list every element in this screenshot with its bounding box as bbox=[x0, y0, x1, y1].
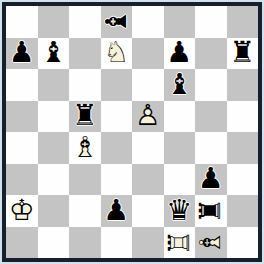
black-piece-glyph: ♜ bbox=[72, 101, 98, 130]
square-h3 bbox=[227, 164, 259, 196]
piece-black-bishop: ♝ bbox=[38, 38, 70, 70]
black-piece-glyph: ♟ bbox=[103, 196, 129, 225]
square-f8 bbox=[164, 6, 196, 38]
square-e4 bbox=[132, 132, 164, 164]
black-piece-glyph: ♜ bbox=[229, 38, 255, 67]
square-c8 bbox=[69, 6, 101, 38]
square-h8 bbox=[227, 6, 259, 38]
square-b7: ♝ bbox=[38, 38, 70, 70]
piece-black-rook-rotated: ♜ bbox=[195, 195, 227, 227]
square-f4 bbox=[164, 132, 196, 164]
chessboard-frame: ♝♟♝♞♘♟♜♝♜♟♙♝♗♟♚♔♟♛♜♜♖♝♗ bbox=[0, 0, 264, 264]
white-piece-outline-layer: ♖ bbox=[164, 229, 193, 255]
piece-white-king: ♚♔ bbox=[6, 195, 38, 227]
square-g1: ♝♗ bbox=[195, 227, 227, 259]
white-piece-outline-layer: ♗ bbox=[196, 229, 225, 255]
black-piece-glyph: ♟ bbox=[166, 38, 192, 67]
white-piece-outline-layer: ♘ bbox=[103, 38, 129, 67]
square-g5 bbox=[195, 101, 227, 133]
square-b5 bbox=[38, 101, 70, 133]
piece-black-pawn: ♟ bbox=[101, 195, 133, 227]
square-c2 bbox=[69, 195, 101, 227]
square-h1 bbox=[227, 227, 259, 259]
square-f1: ♜♖ bbox=[164, 227, 196, 259]
black-piece-glyph: ♟ bbox=[198, 164, 224, 193]
square-e6 bbox=[132, 69, 164, 101]
piece-black-bishop-rotated: ♝ bbox=[101, 6, 133, 38]
square-b1 bbox=[38, 227, 70, 259]
square-b4 bbox=[38, 132, 70, 164]
square-g4 bbox=[195, 132, 227, 164]
square-a8 bbox=[6, 6, 38, 38]
square-h7: ♜ bbox=[227, 38, 259, 70]
square-e5: ♟♙ bbox=[132, 101, 164, 133]
piece-black-pawn: ♟ bbox=[6, 38, 38, 70]
square-f2: ♛ bbox=[164, 195, 196, 227]
piece-black-pawn: ♟ bbox=[164, 38, 196, 70]
square-c6 bbox=[69, 69, 101, 101]
square-a7: ♟ bbox=[6, 38, 38, 70]
square-c3 bbox=[69, 164, 101, 196]
square-b6 bbox=[38, 69, 70, 101]
black-piece-glyph: ♟ bbox=[9, 38, 35, 67]
square-d1 bbox=[101, 227, 133, 259]
square-g3: ♟ bbox=[195, 164, 227, 196]
square-h5 bbox=[227, 101, 259, 133]
piece-white-bishop-rotated: ♝♗ bbox=[195, 227, 227, 259]
square-b3 bbox=[38, 164, 70, 196]
square-f7: ♟ bbox=[164, 38, 196, 70]
piece-white-rook-rotated: ♜♖ bbox=[164, 227, 196, 259]
square-d8: ♝ bbox=[101, 6, 133, 38]
white-piece-outline-layer: ♗ bbox=[72, 133, 98, 162]
piece-black-rook: ♜ bbox=[227, 38, 259, 70]
black-piece-glyph: ♝ bbox=[40, 38, 66, 67]
square-c1 bbox=[69, 227, 101, 259]
white-piece-outline-layer: ♙ bbox=[135, 101, 161, 130]
square-d2: ♟ bbox=[101, 195, 133, 227]
square-a3 bbox=[6, 164, 38, 196]
square-a6 bbox=[6, 69, 38, 101]
square-a4 bbox=[6, 132, 38, 164]
square-b8 bbox=[38, 6, 70, 38]
square-a2: ♚♔ bbox=[6, 195, 38, 227]
square-h2 bbox=[227, 195, 259, 227]
piece-black-bishop: ♝ bbox=[164, 69, 196, 101]
square-a5 bbox=[6, 101, 38, 133]
black-piece-glyph: ♛ bbox=[166, 196, 192, 225]
piece-white-knight: ♞♘ bbox=[101, 38, 133, 70]
square-e8 bbox=[132, 6, 164, 38]
square-d7: ♞♘ bbox=[101, 38, 133, 70]
square-a1 bbox=[6, 227, 38, 259]
square-f5 bbox=[164, 101, 196, 133]
black-piece-glyph: ♜ bbox=[196, 198, 225, 224]
piece-black-rook: ♜ bbox=[69, 101, 101, 133]
square-g2: ♜ bbox=[195, 195, 227, 227]
square-d5 bbox=[101, 101, 133, 133]
square-c7 bbox=[69, 38, 101, 70]
square-e1 bbox=[132, 227, 164, 259]
square-b2 bbox=[38, 195, 70, 227]
square-e3 bbox=[132, 164, 164, 196]
white-piece-outline-layer: ♔ bbox=[9, 196, 35, 225]
square-c4: ♝♗ bbox=[69, 132, 101, 164]
square-e2 bbox=[132, 195, 164, 227]
square-g7 bbox=[195, 38, 227, 70]
square-g8 bbox=[195, 6, 227, 38]
square-f3 bbox=[164, 164, 196, 196]
piece-black-queen: ♛ bbox=[164, 195, 196, 227]
square-f6: ♝ bbox=[164, 69, 196, 101]
square-h6 bbox=[227, 69, 259, 101]
black-piece-glyph: ♝ bbox=[101, 9, 130, 35]
piece-white-pawn: ♟♙ bbox=[132, 101, 164, 133]
square-d4 bbox=[101, 132, 133, 164]
square-d3 bbox=[101, 164, 133, 196]
black-piece-glyph: ♝ bbox=[166, 70, 192, 99]
square-c5: ♜ bbox=[69, 101, 101, 133]
chessboard: ♝♟♝♞♘♟♜♝♜♟♙♝♗♟♚♔♟♛♜♜♖♝♗ bbox=[2, 2, 262, 262]
square-g6 bbox=[195, 69, 227, 101]
square-h4 bbox=[227, 132, 259, 164]
square-d6 bbox=[101, 69, 133, 101]
square-e7 bbox=[132, 38, 164, 70]
piece-black-pawn: ♟ bbox=[195, 164, 227, 196]
piece-white-bishop: ♝♗ bbox=[69, 132, 101, 164]
